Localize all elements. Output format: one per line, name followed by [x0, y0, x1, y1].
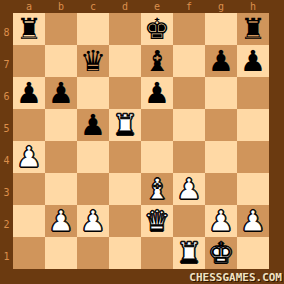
rank-label-6: 6	[0, 77, 13, 109]
white-king: ♚	[205, 237, 237, 269]
square-g4	[205, 141, 237, 173]
square-d7	[109, 45, 141, 77]
square-f5	[173, 109, 205, 141]
square-c4	[77, 141, 109, 173]
black-pawn: ♟	[45, 77, 77, 109]
file-labels: abcdefgh	[13, 0, 269, 13]
rank-label-1: 1	[0, 237, 13, 269]
square-e7: ♝	[141, 45, 173, 77]
square-b8	[45, 13, 77, 45]
white-pawn: ♟	[205, 205, 237, 237]
square-f3: ♟	[173, 173, 205, 205]
square-b5	[45, 109, 77, 141]
square-b6: ♟	[45, 77, 77, 109]
square-f2	[173, 205, 205, 237]
square-g6	[205, 77, 237, 109]
rank-label-7: 7	[0, 45, 13, 77]
square-h1	[237, 237, 269, 269]
rank-label-8: 8	[0, 13, 13, 45]
square-a4: ♟	[13, 141, 45, 173]
square-d6	[109, 77, 141, 109]
chess-board: ♜♚♜♛♝♟♟♟♟♟♟♜♟♝♟♟♟♛♟♟♜♚	[13, 13, 269, 269]
file-label-g: g	[205, 0, 237, 14]
rank-label-3: 3	[0, 173, 13, 205]
white-pawn: ♟	[45, 205, 77, 237]
square-g8	[205, 13, 237, 45]
square-h7: ♟	[237, 45, 269, 77]
square-e5	[141, 109, 173, 141]
square-d5: ♜	[109, 109, 141, 141]
white-pawn: ♟	[77, 205, 109, 237]
white-queen: ♛	[141, 205, 173, 237]
square-a6: ♟	[13, 77, 45, 109]
file-label-b: b	[45, 0, 77, 14]
square-g1: ♚	[205, 237, 237, 269]
square-e8: ♚	[141, 13, 173, 45]
square-a3	[13, 173, 45, 205]
square-b3	[45, 173, 77, 205]
square-e1	[141, 237, 173, 269]
black-pawn: ♟	[237, 45, 269, 77]
square-d2	[109, 205, 141, 237]
square-h3	[237, 173, 269, 205]
rank-labels: 87654321	[0, 13, 13, 269]
black-king: ♚	[141, 13, 173, 45]
square-g2: ♟	[205, 205, 237, 237]
square-b1	[45, 237, 77, 269]
black-bishop: ♝	[141, 45, 173, 77]
square-e4	[141, 141, 173, 173]
file-label-f: f	[173, 0, 205, 14]
square-h8: ♜	[237, 13, 269, 45]
square-g3	[205, 173, 237, 205]
square-h6	[237, 77, 269, 109]
black-queen: ♛	[77, 45, 109, 77]
black-rook: ♜	[237, 13, 269, 45]
black-pawn: ♟	[141, 77, 173, 109]
black-pawn: ♟	[205, 45, 237, 77]
square-d3	[109, 173, 141, 205]
square-a1	[13, 237, 45, 269]
square-a5	[13, 109, 45, 141]
white-pawn: ♟	[237, 205, 269, 237]
file-label-c: c	[77, 0, 109, 14]
square-b7	[45, 45, 77, 77]
square-f8	[173, 13, 205, 45]
white-pawn: ♟	[13, 141, 45, 173]
square-g7: ♟	[205, 45, 237, 77]
square-d1	[109, 237, 141, 269]
square-e2: ♛	[141, 205, 173, 237]
white-rook: ♜	[173, 237, 205, 269]
rank-label-5: 5	[0, 109, 13, 141]
square-h4	[237, 141, 269, 173]
black-pawn: ♟	[77, 109, 109, 141]
square-g5	[205, 109, 237, 141]
square-f6	[173, 77, 205, 109]
square-b4	[45, 141, 77, 173]
square-c3	[77, 173, 109, 205]
square-c6	[77, 77, 109, 109]
square-c8	[77, 13, 109, 45]
rank-label-2: 2	[0, 205, 13, 237]
square-f7	[173, 45, 205, 77]
chessgames-watermark: CHESSGAMES.COM	[189, 271, 282, 284]
square-d8	[109, 13, 141, 45]
square-a2	[13, 205, 45, 237]
square-a8: ♜	[13, 13, 45, 45]
black-pawn: ♟	[13, 77, 45, 109]
black-rook: ♜	[13, 13, 45, 45]
square-b2: ♟	[45, 205, 77, 237]
square-c7: ♛	[77, 45, 109, 77]
square-c2: ♟	[77, 205, 109, 237]
file-label-d: d	[109, 0, 141, 14]
chessboard-diagram: abcdefgh 87654321 ♜♚♜♛♝♟♟♟♟♟♟♜♟♝♟♟♟♛♟♟♜♚…	[0, 0, 284, 284]
square-e3: ♝	[141, 173, 173, 205]
square-f1: ♜	[173, 237, 205, 269]
square-f4	[173, 141, 205, 173]
square-c5: ♟	[77, 109, 109, 141]
white-rook: ♜	[109, 109, 141, 141]
white-bishop: ♝	[141, 173, 173, 205]
square-c1	[77, 237, 109, 269]
square-a7	[13, 45, 45, 77]
square-h2: ♟	[237, 205, 269, 237]
white-pawn: ♟	[173, 173, 205, 205]
square-h5	[237, 109, 269, 141]
rank-label-4: 4	[0, 141, 13, 173]
square-d4	[109, 141, 141, 173]
square-e6: ♟	[141, 77, 173, 109]
